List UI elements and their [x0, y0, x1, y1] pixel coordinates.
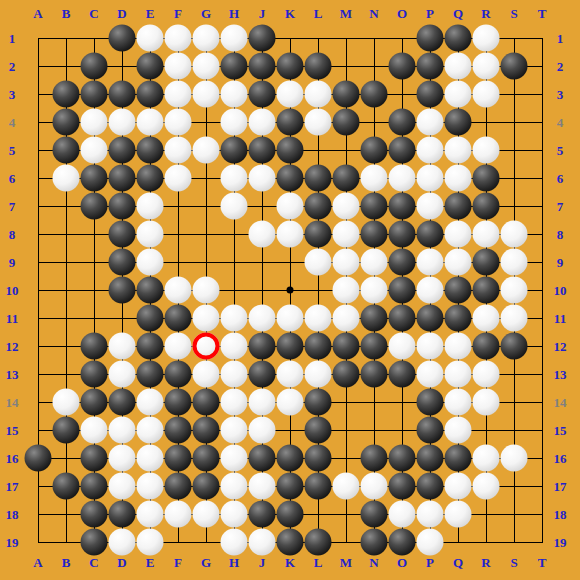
white-stone-E19[interactable]: [137, 529, 164, 556]
col-label-top-R: R: [481, 7, 490, 20]
black-stone-M4[interactable]: [333, 109, 360, 136]
row-label-right-2: 2: [557, 60, 564, 73]
black-stone-P8[interactable]: [417, 221, 444, 248]
black-stone-Q7[interactable]: [445, 193, 472, 220]
row-label-left-12: 12: [6, 340, 19, 353]
white-stone-P6[interactable]: [417, 165, 444, 192]
row-label-left-7: 7: [9, 200, 16, 213]
white-stone-M11[interactable]: [333, 305, 360, 332]
black-stone-S2[interactable]: [501, 53, 528, 80]
black-stone-O2[interactable]: [389, 53, 416, 80]
black-stone-C16[interactable]: [81, 445, 108, 472]
white-stone-Q14[interactable]: [445, 389, 472, 416]
black-stone-N3[interactable]: [361, 81, 388, 108]
black-stone-E6[interactable]: [137, 165, 164, 192]
black-stone-C14[interactable]: [81, 389, 108, 416]
row-label-left-13: 13: [6, 368, 19, 381]
black-stone-N12[interactable]: [361, 333, 388, 360]
white-stone-F4[interactable]: [165, 109, 192, 136]
col-label-bottom-T: T: [538, 556, 547, 569]
white-stone-J15[interactable]: [249, 417, 276, 444]
black-stone-Q11[interactable]: [445, 305, 472, 332]
row-label-left-3: 3: [9, 88, 16, 101]
black-stone-E12[interactable]: [137, 333, 164, 360]
col-label-top-Q: Q: [453, 7, 463, 20]
black-stone-L19[interactable]: [305, 529, 332, 556]
black-stone-F14[interactable]: [165, 389, 192, 416]
white-stone-D12[interactable]: [109, 333, 136, 360]
col-label-bottom-K: K: [285, 556, 295, 569]
white-stone-F18[interactable]: [165, 501, 192, 528]
black-stone-F11[interactable]: [165, 305, 192, 332]
black-stone-F17[interactable]: [165, 473, 192, 500]
black-stone-P2[interactable]: [417, 53, 444, 80]
white-stone-G5[interactable]: [193, 137, 220, 164]
white-stone-G3[interactable]: [193, 81, 220, 108]
black-stone-E3[interactable]: [137, 81, 164, 108]
row-label-right-5: 5: [557, 144, 564, 157]
black-stone-F13[interactable]: [165, 361, 192, 388]
white-stone-N6[interactable]: [361, 165, 388, 192]
black-stone-G17[interactable]: [193, 473, 220, 500]
col-label-top-T: T: [538, 7, 547, 20]
white-stone-H3[interactable]: [221, 81, 248, 108]
white-stone-P13[interactable]: [417, 361, 444, 388]
black-stone-C6[interactable]: [81, 165, 108, 192]
white-stone-Q5[interactable]: [445, 137, 472, 164]
black-stone-C2[interactable]: [81, 53, 108, 80]
white-stone-Q6[interactable]: [445, 165, 472, 192]
white-stone-E15[interactable]: [137, 417, 164, 444]
white-stone-J8[interactable]: [249, 221, 276, 248]
black-stone-C12[interactable]: [81, 333, 108, 360]
col-label-bottom-S: S: [510, 556, 517, 569]
white-stone-K13[interactable]: [277, 361, 304, 388]
black-stone-L8[interactable]: [305, 221, 332, 248]
col-label-top-P: P: [426, 7, 434, 20]
row-label-left-5: 5: [9, 144, 16, 157]
white-stone-H4[interactable]: [221, 109, 248, 136]
black-stone-H2[interactable]: [221, 53, 248, 80]
black-stone-K12[interactable]: [277, 333, 304, 360]
black-stone-N19[interactable]: [361, 529, 388, 556]
black-stone-P17[interactable]: [417, 473, 444, 500]
white-stone-S9[interactable]: [501, 249, 528, 276]
white-stone-G11[interactable]: [193, 305, 220, 332]
black-stone-K5[interactable]: [277, 137, 304, 164]
white-stone-Q17[interactable]: [445, 473, 472, 500]
black-stone-R7[interactable]: [473, 193, 500, 220]
white-stone-E18[interactable]: [137, 501, 164, 528]
col-label-top-M: M: [340, 7, 352, 20]
black-stone-N5[interactable]: [361, 137, 388, 164]
black-stone-D6[interactable]: [109, 165, 136, 192]
white-stone-K3[interactable]: [277, 81, 304, 108]
col-label-bottom-P: P: [426, 556, 434, 569]
black-stone-L16[interactable]: [305, 445, 332, 472]
black-stone-D1[interactable]: [109, 25, 136, 52]
black-stone-O11[interactable]: [389, 305, 416, 332]
white-stone-F6[interactable]: [165, 165, 192, 192]
white-stone-S8[interactable]: [501, 221, 528, 248]
col-label-top-A: A: [33, 7, 42, 20]
white-stone-P12[interactable]: [417, 333, 444, 360]
black-stone-L15[interactable]: [305, 417, 332, 444]
white-stone-F2[interactable]: [165, 53, 192, 80]
black-stone-Q1[interactable]: [445, 25, 472, 52]
black-stone-Q4[interactable]: [445, 109, 472, 136]
white-stone-E7[interactable]: [137, 193, 164, 220]
white-stone-R16[interactable]: [473, 445, 500, 472]
black-stone-G16[interactable]: [193, 445, 220, 472]
black-stone-O5[interactable]: [389, 137, 416, 164]
black-stone-B3[interactable]: [53, 81, 80, 108]
black-stone-D8[interactable]: [109, 221, 136, 248]
black-stone-G15[interactable]: [193, 417, 220, 444]
white-stone-M8[interactable]: [333, 221, 360, 248]
white-stone-M9[interactable]: [333, 249, 360, 276]
col-label-bottom-M: M: [340, 556, 352, 569]
row-label-left-14: 14: [6, 396, 19, 409]
white-stone-F12[interactable]: [165, 333, 192, 360]
white-stone-G10[interactable]: [193, 277, 220, 304]
row-label-left-15: 15: [6, 424, 19, 437]
black-stone-E11[interactable]: [137, 305, 164, 332]
white-stone-H13[interactable]: [221, 361, 248, 388]
white-stone-P9[interactable]: [417, 249, 444, 276]
white-stone-E1[interactable]: [137, 25, 164, 52]
black-stone-D14[interactable]: [109, 389, 136, 416]
black-stone-K17[interactable]: [277, 473, 304, 500]
black-stone-C3[interactable]: [81, 81, 108, 108]
white-stone-Q18[interactable]: [445, 501, 472, 528]
row-label-right-7: 7: [557, 200, 564, 213]
black-stone-P1[interactable]: [417, 25, 444, 52]
black-stone-J18[interactable]: [249, 501, 276, 528]
white-stone-K7[interactable]: [277, 193, 304, 220]
white-stone-R1[interactable]: [473, 25, 500, 52]
white-stone-O6[interactable]: [389, 165, 416, 192]
black-stone-N7[interactable]: [361, 193, 388, 220]
white-stone-Q9[interactable]: [445, 249, 472, 276]
col-label-top-H: H: [229, 7, 239, 20]
white-stone-L3[interactable]: [305, 81, 332, 108]
black-stone-E2[interactable]: [137, 53, 164, 80]
black-stone-M6[interactable]: [333, 165, 360, 192]
white-stone-E14[interactable]: [137, 389, 164, 416]
black-stone-K2[interactable]: [277, 53, 304, 80]
white-stone-L13[interactable]: [305, 361, 332, 388]
black-stone-O16[interactable]: [389, 445, 416, 472]
white-stone-C5[interactable]: [81, 137, 108, 164]
white-stone-H6[interactable]: [221, 165, 248, 192]
white-stone-L11[interactable]: [305, 305, 332, 332]
white-stone-P10[interactable]: [417, 277, 444, 304]
black-stone-C13[interactable]: [81, 361, 108, 388]
white-stone-N10[interactable]: [361, 277, 388, 304]
white-stone-E17[interactable]: [137, 473, 164, 500]
white-stone-S16[interactable]: [501, 445, 528, 472]
row-label-left-18: 18: [6, 508, 19, 521]
grid-line-vertical: [542, 38, 543, 543]
black-stone-R10[interactable]: [473, 277, 500, 304]
white-stone-G1[interactable]: [193, 25, 220, 52]
white-stone-H12[interactable]: [221, 333, 248, 360]
white-stone-J14[interactable]: [249, 389, 276, 416]
white-stone-H15[interactable]: [221, 417, 248, 444]
black-stone-R12[interactable]: [473, 333, 500, 360]
black-stone-G14[interactable]: [193, 389, 220, 416]
black-stone-P15[interactable]: [417, 417, 444, 444]
black-stone-J3[interactable]: [249, 81, 276, 108]
black-stone-K6[interactable]: [277, 165, 304, 192]
white-stone-R14[interactable]: [473, 389, 500, 416]
white-stone-H14[interactable]: [221, 389, 248, 416]
black-stone-O9[interactable]: [389, 249, 416, 276]
black-stone-A16[interactable]: [25, 445, 52, 472]
white-stone-J11[interactable]: [249, 305, 276, 332]
black-stone-J16[interactable]: [249, 445, 276, 472]
black-stone-O8[interactable]: [389, 221, 416, 248]
col-label-bottom-G: G: [201, 556, 211, 569]
black-stone-N16[interactable]: [361, 445, 388, 472]
white-stone-M10[interactable]: [333, 277, 360, 304]
row-label-right-6: 6: [557, 172, 564, 185]
white-stone-K8[interactable]: [277, 221, 304, 248]
white-stone-R5[interactable]: [473, 137, 500, 164]
col-label-top-D: D: [117, 7, 126, 20]
white-stone-P18[interactable]: [417, 501, 444, 528]
black-stone-D5[interactable]: [109, 137, 136, 164]
black-stone-D9[interactable]: [109, 249, 136, 276]
white-stone-G2[interactable]: [193, 53, 220, 80]
white-stone-H16[interactable]: [221, 445, 248, 472]
black-stone-B15[interactable]: [53, 417, 80, 444]
col-label-top-B: B: [62, 7, 71, 20]
white-stone-B14[interactable]: [53, 389, 80, 416]
go-board[interactable]: AABBCCDDEEFFGGHHJJKKLLMMNNOOPPQQRRSSTT11…: [0, 0, 580, 580]
white-stone-Q12[interactable]: [445, 333, 472, 360]
black-stone-C17[interactable]: [81, 473, 108, 500]
black-stone-O10[interactable]: [389, 277, 416, 304]
black-stone-L7[interactable]: [305, 193, 332, 220]
black-stone-J5[interactable]: [249, 137, 276, 164]
white-stone-H18[interactable]: [221, 501, 248, 528]
black-stone-D7[interactable]: [109, 193, 136, 220]
col-label-bottom-F: F: [174, 556, 182, 569]
black-stone-D3[interactable]: [109, 81, 136, 108]
white-stone-H11[interactable]: [221, 305, 248, 332]
white-stone-Q3[interactable]: [445, 81, 472, 108]
white-stone-H1[interactable]: [221, 25, 248, 52]
white-stone-K14[interactable]: [277, 389, 304, 416]
black-stone-R6[interactable]: [473, 165, 500, 192]
row-label-right-11: 11: [554, 312, 566, 325]
black-stone-L2[interactable]: [305, 53, 332, 80]
row-label-right-4: 4: [557, 116, 564, 129]
white-stone-Q8[interactable]: [445, 221, 472, 248]
black-stone-D18[interactable]: [109, 501, 136, 528]
black-stone-L12[interactable]: [305, 333, 332, 360]
white-stone-M17[interactable]: [333, 473, 360, 500]
white-stone-G18[interactable]: [193, 501, 220, 528]
black-stone-B17[interactable]: [53, 473, 80, 500]
black-stone-B4[interactable]: [53, 109, 80, 136]
col-label-top-E: E: [146, 7, 155, 20]
row-label-left-10: 10: [6, 284, 19, 297]
white-stone-Q2[interactable]: [445, 53, 472, 80]
black-stone-M3[interactable]: [333, 81, 360, 108]
white-stone-C15[interactable]: [81, 417, 108, 444]
black-stone-K4[interactable]: [277, 109, 304, 136]
row-label-left-2: 2: [9, 60, 16, 73]
row-label-left-4: 4: [9, 116, 16, 129]
white-stone-J19[interactable]: [249, 529, 276, 556]
black-stone-P3[interactable]: [417, 81, 444, 108]
white-stone-R3[interactable]: [473, 81, 500, 108]
col-label-top-F: F: [174, 7, 182, 20]
white-stone-F1[interactable]: [165, 25, 192, 52]
black-stone-E10[interactable]: [137, 277, 164, 304]
black-stone-P14[interactable]: [417, 389, 444, 416]
white-stone-F5[interactable]: [165, 137, 192, 164]
black-stone-N8[interactable]: [361, 221, 388, 248]
white-stone-D16[interactable]: [109, 445, 136, 472]
black-stone-E13[interactable]: [137, 361, 164, 388]
black-stone-N18[interactable]: [361, 501, 388, 528]
white-stone-H19[interactable]: [221, 529, 248, 556]
white-stone-F10[interactable]: [165, 277, 192, 304]
white-stone-D4[interactable]: [109, 109, 136, 136]
white-stone-P5[interactable]: [417, 137, 444, 164]
col-label-bottom-C: C: [89, 556, 98, 569]
row-label-left-11: 11: [6, 312, 18, 325]
black-stone-N13[interactable]: [361, 361, 388, 388]
white-stone-B6[interactable]: [53, 165, 80, 192]
white-stone-O12[interactable]: [389, 333, 416, 360]
black-stone-D10[interactable]: [109, 277, 136, 304]
black-stone-P16[interactable]: [417, 445, 444, 472]
black-stone-N11[interactable]: [361, 305, 388, 332]
white-stone-P4[interactable]: [417, 109, 444, 136]
white-stone-N9[interactable]: [361, 249, 388, 276]
row-label-left-19: 19: [6, 536, 19, 549]
white-stone-E9[interactable]: [137, 249, 164, 276]
white-stone-C4[interactable]: [81, 109, 108, 136]
white-stone-E4[interactable]: [137, 109, 164, 136]
white-stone-P19[interactable]: [417, 529, 444, 556]
white-stone-R11[interactable]: [473, 305, 500, 332]
black-stone-O19[interactable]: [389, 529, 416, 556]
black-stone-J2[interactable]: [249, 53, 276, 80]
black-stone-P11[interactable]: [417, 305, 444, 332]
white-stone-Q13[interactable]: [445, 361, 472, 388]
col-label-bottom-J: J: [259, 556, 266, 569]
black-stone-K19[interactable]: [277, 529, 304, 556]
black-stone-H5[interactable]: [221, 137, 248, 164]
col-label-bottom-Q: Q: [453, 556, 463, 569]
black-stone-F15[interactable]: [165, 417, 192, 444]
white-stone-E16[interactable]: [137, 445, 164, 472]
white-stone-O18[interactable]: [389, 501, 416, 528]
white-stone-D13[interactable]: [109, 361, 136, 388]
row-label-right-13: 13: [554, 368, 567, 381]
white-stone-Q15[interactable]: [445, 417, 472, 444]
white-stone-L9[interactable]: [305, 249, 332, 276]
black-stone-O13[interactable]: [389, 361, 416, 388]
col-label-bottom-B: B: [62, 556, 71, 569]
white-stone-S10[interactable]: [501, 277, 528, 304]
black-stone-L14[interactable]: [305, 389, 332, 416]
white-stone-H7[interactable]: [221, 193, 248, 220]
white-stone-M7[interactable]: [333, 193, 360, 220]
black-stone-C19[interactable]: [81, 529, 108, 556]
black-stone-C7[interactable]: [81, 193, 108, 220]
col-label-top-K: K: [285, 7, 295, 20]
white-stone-L4[interactable]: [305, 109, 332, 136]
black-stone-O17[interactable]: [389, 473, 416, 500]
black-stone-C18[interactable]: [81, 501, 108, 528]
white-stone-R2[interactable]: [473, 53, 500, 80]
white-stone-P7[interactable]: [417, 193, 444, 220]
black-stone-S12[interactable]: [501, 333, 528, 360]
black-stone-M12[interactable]: [333, 333, 360, 360]
black-stone-E5[interactable]: [137, 137, 164, 164]
col-label-top-C: C: [89, 7, 98, 20]
col-label-top-N: N: [369, 7, 378, 20]
black-stone-K18[interactable]: [277, 501, 304, 528]
white-stone-N17[interactable]: [361, 473, 388, 500]
row-label-left-17: 17: [6, 480, 19, 493]
black-stone-Q16[interactable]: [445, 445, 472, 472]
white-stone-R8[interactable]: [473, 221, 500, 248]
white-stone-D19[interactable]: [109, 529, 136, 556]
row-label-left-6: 6: [9, 172, 16, 185]
black-stone-B5[interactable]: [53, 137, 80, 164]
white-stone-F3[interactable]: [165, 81, 192, 108]
black-stone-L17[interactable]: [305, 473, 332, 500]
white-stone-J6[interactable]: [249, 165, 276, 192]
white-stone-J4[interactable]: [249, 109, 276, 136]
white-stone-G13[interactable]: [193, 361, 220, 388]
white-stone-S11[interactable]: [501, 305, 528, 332]
col-label-top-O: O: [397, 7, 407, 20]
black-stone-O7[interactable]: [389, 193, 416, 220]
white-stone-D17[interactable]: [109, 473, 136, 500]
black-stone-F16[interactable]: [165, 445, 192, 472]
black-stone-K16[interactable]: [277, 445, 304, 472]
white-stone-R13[interactable]: [473, 361, 500, 388]
black-stone-J12[interactable]: [249, 333, 276, 360]
black-stone-Q10[interactable]: [445, 277, 472, 304]
black-stone-L6[interactable]: [305, 165, 332, 192]
col-label-top-G: G: [201, 7, 211, 20]
row-label-right-3: 3: [557, 88, 564, 101]
white-stone-H17[interactable]: [221, 473, 248, 500]
black-stone-R9[interactable]: [473, 249, 500, 276]
black-stone-O4[interactable]: [389, 109, 416, 136]
white-stone-R17[interactable]: [473, 473, 500, 500]
black-stone-M13[interactable]: [333, 361, 360, 388]
white-stone-K11[interactable]: [277, 305, 304, 332]
black-stone-J13[interactable]: [249, 361, 276, 388]
white-stone-E8[interactable]: [137, 221, 164, 248]
row-label-left-8: 8: [9, 228, 16, 241]
black-stone-J1[interactable]: [249, 25, 276, 52]
col-label-bottom-E: E: [146, 556, 155, 569]
white-stone-J17[interactable]: [249, 473, 276, 500]
white-stone-D15[interactable]: [109, 417, 136, 444]
